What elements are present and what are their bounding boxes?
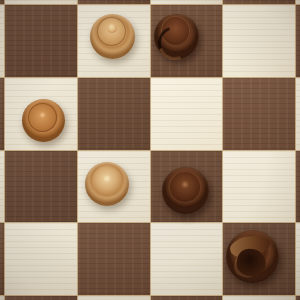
black-bishop-d8: ♝ [154, 14, 199, 59]
bishop-glyph: ♝ [154, 14, 199, 59]
knight-glyph: ♞ [226, 230, 279, 283]
white-bishop-c8: ♗ [90, 14, 135, 59]
bishop-glyph: ♗ [90, 14, 135, 59]
white-pawn-b7: ♙ [22, 99, 65, 142]
black-knight-e5: ♞ [226, 230, 279, 283]
chessboard-photo: ♗♝♙♙♟♞ [0, 0, 300, 300]
pawn-glyph: ♙ [22, 99, 65, 142]
white-pawn-c6: ♙ [85, 162, 129, 206]
pawn-glyph: ♟ [162, 167, 209, 214]
pieces-layer: ♗♝♙♙♟♞ [0, 0, 300, 300]
pawn-glyph: ♙ [85, 162, 129, 206]
black-pawn-d6: ♟ [162, 167, 209, 214]
